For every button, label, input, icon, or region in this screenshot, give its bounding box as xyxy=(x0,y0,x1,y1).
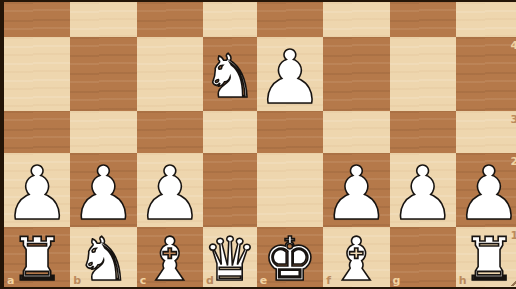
square-e4[interactable]: ♟ xyxy=(257,37,323,111)
square-e5[interactable] xyxy=(257,2,323,37)
white-pawn-piece[interactable]: ♟ xyxy=(323,156,389,230)
white-pawn-piece[interactable]: ♟ xyxy=(456,156,516,230)
rank-label: 4 xyxy=(511,40,516,51)
square-h2[interactable]: ♟2 xyxy=(456,153,516,227)
chessboard-screenshot: ♞♟43♟♟♟♟♟♟2♜a♞b♝c♛d♚e♝fg♜1h xyxy=(0,0,516,289)
square-d4[interactable]: ♞ xyxy=(203,37,257,111)
square-b2[interactable]: ♟ xyxy=(70,153,136,227)
square-g3[interactable] xyxy=(390,111,456,153)
white-knight-piece[interactable]: ♞ xyxy=(77,229,131,289)
square-b5[interactable] xyxy=(70,2,136,37)
file-label: g xyxy=(393,275,401,286)
white-knight-piece[interactable]: ♞ xyxy=(203,46,257,106)
square-g5[interactable] xyxy=(390,2,456,37)
square-h1[interactable]: ♜1h xyxy=(456,227,516,287)
white-king-piece[interactable]: ♚ xyxy=(263,229,317,289)
square-f5[interactable] xyxy=(323,2,389,37)
square-b4[interactable] xyxy=(70,37,136,111)
square-a2[interactable]: ♟ xyxy=(4,153,70,227)
square-d1[interactable]: ♛d xyxy=(203,227,257,287)
white-pawn-piece[interactable]: ♟ xyxy=(137,156,203,230)
square-f2[interactable]: ♟ xyxy=(323,153,389,227)
square-e3[interactable] xyxy=(257,111,323,153)
square-d5[interactable] xyxy=(203,2,257,37)
square-c1[interactable]: ♝c xyxy=(137,227,203,287)
square-h3[interactable]: 3 xyxy=(456,111,516,153)
square-c3[interactable] xyxy=(137,111,203,153)
white-pawn-piece[interactable]: ♟ xyxy=(70,156,136,230)
square-d3[interactable] xyxy=(203,111,257,153)
square-f4[interactable] xyxy=(323,37,389,111)
square-a1[interactable]: ♜a xyxy=(4,227,70,287)
square-a3[interactable] xyxy=(4,111,70,153)
white-bishop-piece[interactable]: ♝ xyxy=(143,229,197,289)
square-a4[interactable] xyxy=(4,37,70,111)
chess-board: ♞♟43♟♟♟♟♟♟2♜a♞b♝c♛d♚e♝fg♜1h xyxy=(0,0,516,289)
square-c2[interactable]: ♟ xyxy=(137,153,203,227)
square-h4[interactable]: 4 xyxy=(456,37,516,111)
white-pawn-piece[interactable]: ♟ xyxy=(4,156,70,230)
square-g2[interactable]: ♟ xyxy=(390,153,456,227)
square-c4[interactable] xyxy=(137,37,203,111)
square-d2[interactable] xyxy=(203,153,257,227)
square-g1[interactable]: g xyxy=(390,227,456,287)
white-bishop-piece[interactable]: ♝ xyxy=(329,229,383,289)
white-pawn-piece[interactable]: ♟ xyxy=(390,156,456,230)
square-f3[interactable] xyxy=(323,111,389,153)
square-h5[interactable] xyxy=(456,2,516,37)
white-rook-piece[interactable]: ♜ xyxy=(10,229,64,289)
white-pawn-piece[interactable]: ♟ xyxy=(257,40,323,114)
white-queen-piece[interactable]: ♛ xyxy=(203,229,257,289)
square-g4[interactable] xyxy=(390,37,456,111)
white-rook-piece[interactable]: ♜ xyxy=(462,229,516,289)
square-b1[interactable]: ♞b xyxy=(70,227,136,287)
square-a5[interactable] xyxy=(4,2,70,37)
square-b3[interactable] xyxy=(70,111,136,153)
square-e1[interactable]: ♚e xyxy=(257,227,323,287)
square-f1[interactable]: ♝f xyxy=(323,227,389,287)
square-c5[interactable] xyxy=(137,2,203,37)
rank-label: 3 xyxy=(511,114,516,125)
square-e2[interactable] xyxy=(257,153,323,227)
